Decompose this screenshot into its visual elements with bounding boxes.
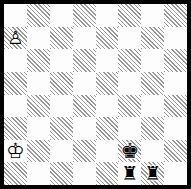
chess-board: ♟♙♚♔♚♜♜ bbox=[4, 4, 187, 185]
piece-white-pawn[interactable]: ♟♙ bbox=[4, 27, 27, 50]
square-f7[interactable] bbox=[118, 27, 141, 50]
square-g4[interactable] bbox=[141, 95, 164, 118]
square-g2[interactable] bbox=[141, 140, 164, 163]
square-h7[interactable] bbox=[164, 27, 187, 50]
square-c8[interactable] bbox=[50, 4, 73, 27]
square-b1[interactable] bbox=[27, 162, 50, 185]
square-h1[interactable] bbox=[164, 162, 187, 185]
square-c3[interactable] bbox=[50, 117, 73, 140]
square-g8[interactable] bbox=[141, 4, 164, 27]
square-h6[interactable] bbox=[164, 49, 187, 72]
square-g3[interactable] bbox=[141, 117, 164, 140]
square-a2[interactable]: ♚♔ bbox=[4, 140, 27, 163]
square-e1[interactable] bbox=[96, 162, 119, 185]
piece-black-rook[interactable]: ♜ bbox=[141, 162, 164, 185]
black-rook-icon: ♜ bbox=[118, 162, 141, 185]
square-d5[interactable] bbox=[73, 72, 96, 95]
square-a8[interactable] bbox=[4, 4, 27, 27]
square-b3[interactable] bbox=[27, 117, 50, 140]
square-d2[interactable] bbox=[73, 140, 96, 163]
square-d1[interactable] bbox=[73, 162, 96, 185]
square-b8[interactable] bbox=[27, 4, 50, 27]
piece-black-king[interactable]: ♚ bbox=[118, 140, 141, 163]
black-rook-icon: ♜ bbox=[141, 162, 164, 185]
square-e8[interactable] bbox=[96, 4, 119, 27]
square-f2[interactable]: ♚ bbox=[118, 140, 141, 163]
square-d3[interactable] bbox=[73, 117, 96, 140]
square-b2[interactable] bbox=[27, 140, 50, 163]
square-b4[interactable] bbox=[27, 95, 50, 118]
square-g7[interactable] bbox=[141, 27, 164, 50]
square-a3[interactable] bbox=[4, 117, 27, 140]
piece-black-rook[interactable]: ♜ bbox=[118, 162, 141, 185]
board-frame: ♟♙♚♔♚♜♜ bbox=[0, 0, 191, 189]
square-e2[interactable] bbox=[96, 140, 119, 163]
white-king-icon: ♔ bbox=[4, 140, 27, 163]
square-h8[interactable] bbox=[164, 4, 187, 27]
square-f4[interactable] bbox=[118, 95, 141, 118]
square-h5[interactable] bbox=[164, 72, 187, 95]
square-b6[interactable] bbox=[27, 49, 50, 72]
square-h4[interactable] bbox=[164, 95, 187, 118]
square-h2[interactable] bbox=[164, 140, 187, 163]
square-f6[interactable] bbox=[118, 49, 141, 72]
square-g5[interactable] bbox=[141, 72, 164, 95]
piece-white-king[interactable]: ♚♔ bbox=[4, 140, 27, 163]
square-a7[interactable]: ♟♙ bbox=[4, 27, 27, 50]
square-b5[interactable] bbox=[27, 72, 50, 95]
square-e5[interactable] bbox=[96, 72, 119, 95]
square-a1[interactable] bbox=[4, 162, 27, 185]
square-e4[interactable] bbox=[96, 95, 119, 118]
square-e3[interactable] bbox=[96, 117, 119, 140]
square-g1[interactable]: ♜ bbox=[141, 162, 164, 185]
square-d8[interactable] bbox=[73, 4, 96, 27]
square-f5[interactable] bbox=[118, 72, 141, 95]
white-pawn-icon: ♙ bbox=[4, 27, 27, 50]
square-d7[interactable] bbox=[73, 27, 96, 50]
square-e6[interactable] bbox=[96, 49, 119, 72]
square-d6[interactable] bbox=[73, 49, 96, 72]
square-a6[interactable] bbox=[4, 49, 27, 72]
square-c7[interactable] bbox=[50, 27, 73, 50]
square-a4[interactable] bbox=[4, 95, 27, 118]
square-c1[interactable] bbox=[50, 162, 73, 185]
square-c6[interactable] bbox=[50, 49, 73, 72]
square-a5[interactable] bbox=[4, 72, 27, 95]
square-f1[interactable]: ♜ bbox=[118, 162, 141, 185]
square-c5[interactable] bbox=[50, 72, 73, 95]
square-f3[interactable] bbox=[118, 117, 141, 140]
square-c4[interactable] bbox=[50, 95, 73, 118]
square-h3[interactable] bbox=[164, 117, 187, 140]
square-g6[interactable] bbox=[141, 49, 164, 72]
square-f8[interactable] bbox=[118, 4, 141, 27]
square-d4[interactable] bbox=[73, 95, 96, 118]
square-b7[interactable] bbox=[27, 27, 50, 50]
square-c2[interactable] bbox=[50, 140, 73, 163]
black-king-icon: ♚ bbox=[118, 140, 141, 163]
square-e7[interactable] bbox=[96, 27, 119, 50]
